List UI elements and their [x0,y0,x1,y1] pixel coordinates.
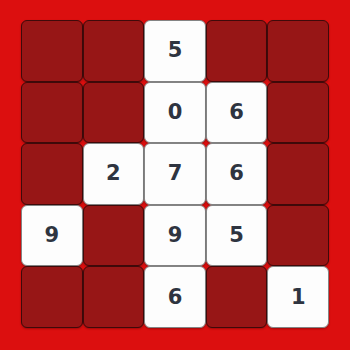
revealed-cell-r4c4[interactable]: 5 [206,205,268,267]
cell-digit: 9 [168,225,183,246]
covered-cell-r1c1[interactable] [21,20,83,82]
revealed-cell-r5c3[interactable]: 6 [144,266,206,328]
revealed-cell-r3c3[interactable]: 7 [144,143,206,205]
puzzle-board: 50627699561 [21,20,329,328]
revealed-cell-r2c4[interactable]: 6 [206,82,268,144]
covered-cell-r5c1[interactable] [21,266,83,328]
cell-digit: 5 [229,225,244,246]
revealed-cell-r4c3[interactable]: 9 [144,205,206,267]
revealed-cell-r4c1[interactable]: 9 [21,205,83,267]
cell-digit: 6 [229,163,244,184]
covered-cell-r2c5[interactable] [267,82,329,144]
cell-digit: 1 [291,287,306,308]
covered-cell-r5c4[interactable] [206,266,268,328]
covered-cell-r5c2[interactable] [83,266,145,328]
revealed-cell-r1c3[interactable]: 5 [144,20,206,82]
covered-cell-r4c2[interactable] [83,205,145,267]
covered-cell-r1c2[interactable] [83,20,145,82]
revealed-cell-r5c5[interactable]: 1 [267,266,329,328]
cell-digit: 2 [106,163,121,184]
covered-cell-r1c4[interactable] [206,20,268,82]
cell-digit: 0 [168,102,183,123]
covered-cell-r2c1[interactable] [21,82,83,144]
revealed-cell-r3c2[interactable]: 2 [83,143,145,205]
revealed-cell-r3c4[interactable]: 6 [206,143,268,205]
covered-cell-r1c5[interactable] [267,20,329,82]
cell-digit: 5 [168,40,183,61]
revealed-cell-r2c3[interactable]: 0 [144,82,206,144]
cell-digit: 7 [168,163,183,184]
cell-digit: 6 [229,102,244,123]
covered-cell-r3c1[interactable] [21,143,83,205]
cell-digit: 6 [168,287,183,308]
covered-cell-r3c5[interactable] [267,143,329,205]
covered-cell-r2c2[interactable] [83,82,145,144]
covered-cell-r4c5[interactable] [267,205,329,267]
cell-digit: 9 [44,225,59,246]
